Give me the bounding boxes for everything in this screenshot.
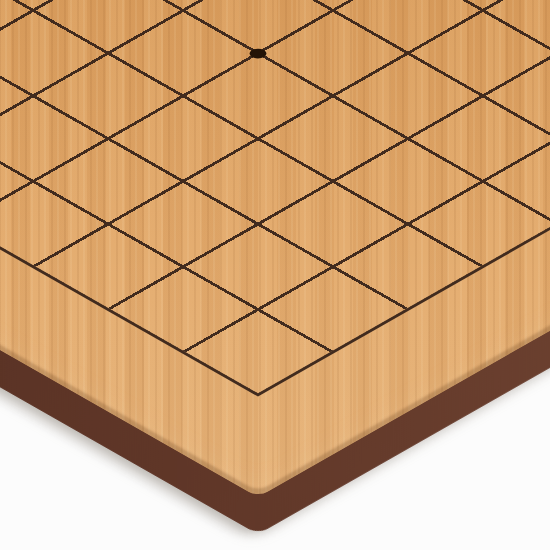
board-points xyxy=(0,0,550,438)
goban-photo-scene xyxy=(0,0,550,550)
